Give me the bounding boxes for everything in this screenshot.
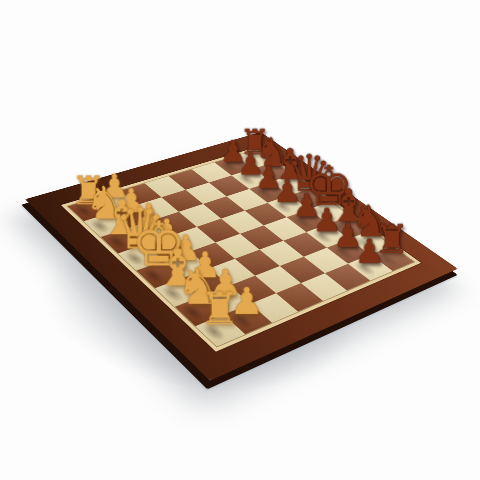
board-tilt-wrapper: ♜♞♝♛♚♝♞♜♟♟♟♟♟♟♟♟♟♟♟♟♟♟♟♟♜♞♝♛♚♝♞♜ (65, 59, 415, 409)
board-grid: ♜♞♝♛♚♝♞♜♟♟♟♟♟♟♟♟♟♟♟♟♟♟♟♟♜♞♝♛♚♝♞♜ (68, 150, 414, 347)
black-pawn: ♟ (354, 234, 384, 268)
white-rook: ♜ (199, 286, 239, 331)
square-h1: ♜ (195, 315, 245, 347)
studio-backdrop: Angled overhead product photo of a woode… (0, 0, 480, 480)
board-frame: ♜♞♝♛♚♝♞♜♟♟♟♟♟♟♟♟♟♟♟♟♟♟♟♟♜♞♝♛♚♝♞♜ (61, 147, 421, 352)
